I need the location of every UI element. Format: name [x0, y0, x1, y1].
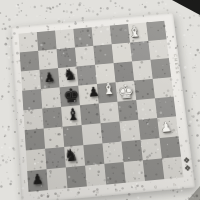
square-b8 [37, 30, 57, 50]
file-label-h: h [165, 181, 185, 188]
square-g8: ♝ [128, 22, 148, 42]
square-a7 [20, 51, 40, 72]
square-f2 [121, 140, 142, 162]
black-bishop-c4: ♝ [66, 106, 81, 123]
rank-label-4: 4 [18, 118, 23, 123]
square-d6 [77, 65, 97, 86]
square-b4 [42, 107, 62, 129]
square-e7 [93, 44, 113, 65]
file-label-c: c [68, 190, 88, 197]
square-a8 [19, 32, 39, 52]
square-d3 [82, 123, 103, 145]
file-label-a: a [29, 194, 49, 200]
square-b1 [47, 167, 68, 190]
square-f6 [114, 61, 135, 82]
square-g6 [132, 60, 153, 81]
rank-label-6: 6 [16, 79, 21, 84]
brand-text: CHESS [173, 54, 180, 75]
ornate-diamond-emblem-icon: ❖❖ [182, 157, 193, 173]
square-d8 [73, 27, 93, 47]
square-c2: ♞ [64, 145, 85, 167]
file-label-d: d [87, 188, 107, 195]
board-border: ♝♟♞♚♟♝♚♝♟♞♟ 87654321 abcdefgh CHESS ❖❖ [11, 13, 195, 200]
file-label-e: e [107, 186, 127, 193]
square-c1 [66, 166, 87, 189]
square-a2 [26, 149, 47, 171]
square-e1 [104, 162, 125, 185]
square-c7 [57, 47, 77, 68]
square-c8 [55, 29, 75, 49]
square-f7 [112, 43, 132, 64]
square-d7 [75, 46, 95, 67]
white-bishop-g8: ♝ [127, 24, 142, 40]
rank-label-1: 1 [22, 179, 27, 184]
square-d1 [85, 164, 106, 187]
square-f3 [119, 120, 140, 142]
square-c6: ♞ [58, 66, 78, 87]
square-b7 [38, 49, 58, 70]
rank-label-2: 2 [21, 158, 26, 163]
square-a3 [25, 128, 45, 150]
square-d5: ♟ [78, 84, 98, 105]
file-label-f: f [126, 184, 146, 191]
white-king-f5: ♚ [117, 81, 135, 101]
square-a5 [22, 89, 42, 110]
square-b2 [45, 147, 66, 169]
file-label-b: b [48, 192, 68, 199]
square-g2 [141, 138, 162, 160]
square-f4 [117, 100, 138, 121]
square-f1 [124, 160, 145, 183]
square-e8 [92, 26, 112, 46]
square-f5: ♚ [116, 81, 137, 102]
square-g5 [134, 79, 155, 100]
square-h6 [150, 58, 171, 79]
square-e6 [95, 63, 115, 84]
board-grid: ♝♟♞♚♟♝♚♝♟♞♟ [19, 21, 184, 192]
square-c5: ♚ [60, 86, 80, 107]
white-bishop-e5: ♝ [101, 80, 116, 97]
square-h5 [153, 77, 174, 98]
square-b6: ♟ [39, 68, 59, 89]
rank-label-5: 5 [17, 98, 22, 103]
square-e3 [101, 122, 122, 144]
square-e4 [99, 102, 120, 124]
black-pawn-a1: ♟ [31, 171, 44, 186]
rank-label-8: 8 [14, 41, 19, 46]
square-h3: ♟ [157, 116, 178, 138]
square-a1: ♟ [27, 169, 48, 192]
square-b5 [41, 87, 61, 108]
square-g3 [138, 118, 159, 140]
square-e2 [102, 142, 123, 164]
black-knight-c2: ♞ [63, 147, 78, 165]
square-b3 [44, 127, 65, 149]
square-h7 [148, 39, 169, 59]
square-g1 [143, 158, 165, 181]
file-label-g: g [145, 183, 165, 190]
black-pawn-b6: ♟ [43, 70, 55, 84]
square-a6 [21, 70, 41, 91]
black-knight-c6: ♞ [62, 66, 77, 83]
square-h4 [155, 97, 176, 118]
square-h1 [162, 157, 184, 179]
square-c3 [63, 125, 84, 147]
square-d4 [80, 103, 101, 125]
square-d2 [83, 143, 104, 165]
square-c4: ♝ [61, 105, 82, 127]
photo-scene: ♝♟♞♚♟♝♚♝♟♞♟ 87654321 abcdefgh CHESS ❖❖ [0, 0, 200, 200]
square-a4 [23, 109, 43, 131]
square-e5: ♝ [97, 82, 118, 103]
square-h2 [160, 136, 181, 158]
square-h8 [146, 21, 166, 41]
square-g4 [136, 98, 157, 119]
square-g7 [130, 41, 150, 61]
rank-label-7: 7 [15, 60, 20, 65]
chessboard: ♝♟♞♚♟♝♚♝♟♞♟ 87654321 abcdefgh CHESS ❖❖ [11, 13, 195, 200]
white-pawn-h3: ♟ [159, 119, 172, 133]
rank-label-3: 3 [20, 138, 25, 143]
square-f8 [110, 24, 130, 44]
